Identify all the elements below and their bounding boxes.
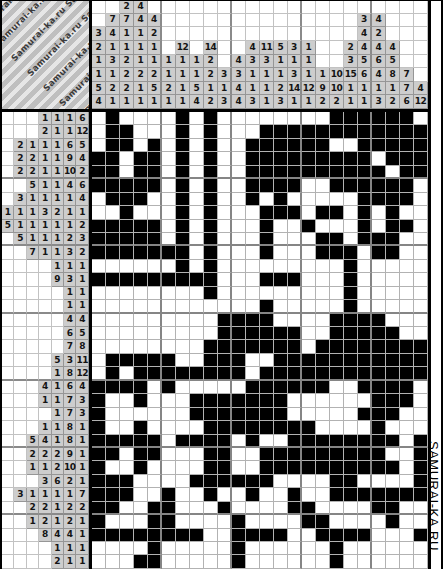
grid-cell-empty[interactable] (176, 515, 190, 528)
grid-cell-filled[interactable] (218, 367, 232, 380)
grid-cell-filled[interactable] (358, 139, 372, 152)
grid-cell-empty[interactable] (120, 152, 134, 165)
grid-cell-empty[interactable] (274, 502, 288, 515)
grid-cell-filled[interactable] (400, 193, 414, 206)
grid-cell-filled[interactable] (162, 367, 176, 380)
grid-cell-filled[interactable] (288, 488, 302, 501)
grid-cell-empty[interactable] (176, 300, 190, 313)
grid-cell-filled[interactable] (204, 246, 218, 259)
grid-cell-empty[interactable] (414, 260, 428, 273)
grid-cell-filled[interactable] (372, 421, 386, 434)
grid-cell-filled[interactable] (274, 340, 288, 353)
grid-cell-filled[interactable] (176, 152, 190, 165)
grid-cell-empty[interactable] (232, 112, 246, 125)
grid-cell-empty[interactable] (400, 421, 414, 434)
grid-cell-filled[interactable] (344, 300, 358, 313)
grid-cell-filled[interactable] (260, 475, 274, 488)
grid-cell-filled[interactable] (148, 273, 162, 286)
grid-cell-empty[interactable] (190, 139, 204, 152)
grid-cell-filled[interactable] (386, 125, 400, 138)
grid-cell-filled[interactable] (218, 475, 232, 488)
grid-cell-filled[interactable] (358, 206, 372, 219)
grid-cell-empty[interactable] (246, 260, 260, 273)
grid-cell-filled[interactable] (260, 367, 274, 380)
grid-cell-filled[interactable] (204, 435, 218, 448)
grid-cell-filled[interactable] (288, 448, 302, 461)
grid-cell-filled[interactable] (246, 381, 260, 394)
grid-cell-empty[interactable] (148, 394, 162, 407)
grid-cell-filled[interactable] (400, 354, 414, 367)
grid-cell-filled[interactable] (106, 435, 120, 448)
grid-cell-filled[interactable] (134, 193, 148, 206)
grid-cell-filled[interactable] (218, 435, 232, 448)
grid-cell-filled[interactable] (386, 327, 400, 340)
grid-cell-empty[interactable] (120, 408, 134, 421)
grid-cell-filled[interactable] (372, 394, 386, 407)
grid-cell-filled[interactable] (120, 381, 134, 394)
grid-cell-empty[interactable] (92, 287, 106, 300)
grid-cell-empty[interactable] (330, 193, 344, 206)
grid-cell-filled[interactable] (134, 381, 148, 394)
grid-cell-empty[interactable] (288, 300, 302, 313)
grid-cell-filled[interactable] (120, 193, 134, 206)
grid-cell-empty[interactable] (260, 542, 274, 555)
grid-cell-empty[interactable] (302, 394, 316, 407)
grid-cell-empty[interactable] (344, 381, 358, 394)
grid-cell-filled[interactable] (148, 246, 162, 259)
grid-cell-filled[interactable] (232, 354, 246, 367)
grid-cell-empty[interactable] (288, 314, 302, 327)
grid-cell-filled[interactable] (344, 435, 358, 448)
grid-cell-empty[interactable] (344, 421, 358, 434)
grid-cell-filled[interactable] (358, 529, 372, 542)
grid-cell-empty[interactable] (400, 555, 414, 568)
grid-cell-filled[interactable] (134, 435, 148, 448)
grid-cell-filled[interactable] (190, 408, 204, 421)
grid-cell-filled[interactable] (176, 273, 190, 286)
grid-cell-filled[interactable] (190, 394, 204, 407)
grid-cell-filled[interactable] (162, 273, 176, 286)
grid-cell-empty[interactable] (302, 260, 316, 273)
grid-cell-filled[interactable] (204, 421, 218, 434)
grid-cell-filled[interactable] (288, 166, 302, 179)
grid-cell-empty[interactable] (232, 166, 246, 179)
grid-cell-empty[interactable] (246, 461, 260, 474)
grid-cell-filled[interactable] (372, 246, 386, 259)
grid-cell-filled[interactable] (134, 246, 148, 259)
grid-cell-filled[interactable] (176, 220, 190, 233)
grid-cell-empty[interactable] (190, 502, 204, 515)
grid-cell-filled[interactable] (204, 233, 218, 246)
grid-cell-empty[interactable] (400, 448, 414, 461)
grid-cell-filled[interactable] (414, 354, 428, 367)
grid-cell-filled[interactable] (92, 502, 106, 515)
grid-cell-filled[interactable] (106, 502, 120, 515)
grid-cell-filled[interactable] (190, 475, 204, 488)
grid-cell-filled[interactable] (204, 220, 218, 233)
grid-cell-filled[interactable] (372, 139, 386, 152)
grid-cell-filled[interactable] (92, 435, 106, 448)
grid-cell-empty[interactable] (218, 112, 232, 125)
grid-cell-filled[interactable] (204, 475, 218, 488)
grid-cell-empty[interactable] (400, 529, 414, 542)
grid-cell-filled[interactable] (176, 193, 190, 206)
grid-cell-filled[interactable] (232, 327, 246, 340)
grid-cell-empty[interactable] (274, 555, 288, 568)
grid-cell-filled[interactable] (330, 125, 344, 138)
grid-cell-filled[interactable] (372, 381, 386, 394)
grid-cell-filled[interactable] (92, 220, 106, 233)
grid-cell-empty[interactable] (302, 408, 316, 421)
grid-cell-filled[interactable] (120, 125, 134, 138)
grid-cell-empty[interactable] (232, 287, 246, 300)
grid-cell-empty[interactable] (274, 287, 288, 300)
grid-cell-empty[interactable] (204, 314, 218, 327)
grid-cell-filled[interactable] (106, 448, 120, 461)
grid-cell-filled[interactable] (232, 529, 246, 542)
grid-cell-filled[interactable] (218, 408, 232, 421)
grid-cell-filled[interactable] (316, 461, 330, 474)
grid-cell-filled[interactable] (288, 179, 302, 192)
grid-cell-empty[interactable] (120, 287, 134, 300)
grid-cell-filled[interactable] (330, 327, 344, 340)
grid-cell-filled[interactable] (358, 435, 372, 448)
grid-cell-filled[interactable] (330, 435, 344, 448)
grid-cell-filled[interactable] (106, 488, 120, 501)
grid-cell-empty[interactable] (260, 555, 274, 568)
grid-cell-empty[interactable] (288, 408, 302, 421)
grid-cell-filled[interactable] (344, 287, 358, 300)
grid-cell-filled[interactable] (204, 179, 218, 192)
grid-cell-empty[interactable] (246, 287, 260, 300)
grid-cell-filled[interactable] (260, 408, 274, 421)
grid-cell-empty[interactable] (120, 367, 134, 380)
grid-cell-filled[interactable] (302, 152, 316, 165)
grid-cell-empty[interactable] (148, 112, 162, 125)
grid-cell-filled[interactable] (288, 273, 302, 286)
grid-cell-empty[interactable] (358, 260, 372, 273)
grid-cell-filled[interactable] (344, 152, 358, 165)
grid-cell-filled[interactable] (120, 220, 134, 233)
grid-cell-filled[interactable] (288, 502, 302, 515)
grid-cell-filled[interactable] (260, 529, 274, 542)
grid-cell-filled[interactable] (274, 461, 288, 474)
grid-cell-filled[interactable] (176, 166, 190, 179)
grid-cell-empty[interactable] (232, 488, 246, 501)
grid-cell-filled[interactable] (246, 193, 260, 206)
grid-cell-empty[interactable] (148, 475, 162, 488)
grid-cell-filled[interactable] (120, 435, 134, 448)
grid-cell-empty[interactable] (246, 448, 260, 461)
grid-cell-empty[interactable] (218, 273, 232, 286)
grid-cell-empty[interactable] (400, 260, 414, 273)
grid-cell-empty[interactable] (386, 448, 400, 461)
grid-cell-empty[interactable] (232, 139, 246, 152)
grid-cell-filled[interactable] (204, 125, 218, 138)
grid-cell-empty[interactable] (400, 233, 414, 246)
grid-cell-empty[interactable] (232, 300, 246, 313)
grid-cell-filled[interactable] (260, 166, 274, 179)
grid-cell-empty[interactable] (232, 381, 246, 394)
grid-cell-empty[interactable] (288, 220, 302, 233)
grid-cell-empty[interactable] (330, 408, 344, 421)
grid-cell-filled[interactable] (232, 314, 246, 327)
grid-cell-filled[interactable] (330, 233, 344, 246)
grid-cell-empty[interactable] (190, 193, 204, 206)
grid-cell-empty[interactable] (176, 287, 190, 300)
grid-cell-filled[interactable] (148, 555, 162, 568)
grid-cell-filled[interactable] (176, 435, 190, 448)
grid-cell-empty[interactable] (274, 246, 288, 259)
grid-cell-empty[interactable] (218, 260, 232, 273)
grid-cell-filled[interactable] (176, 233, 190, 246)
grid-cell-empty[interactable] (274, 475, 288, 488)
grid-cell-empty[interactable] (162, 327, 176, 340)
grid-cell-empty[interactable] (302, 233, 316, 246)
grid-cell-empty[interactable] (218, 193, 232, 206)
grid-cell-filled[interactable] (386, 139, 400, 152)
grid-cell-filled[interactable] (372, 448, 386, 461)
grid-cell-empty[interactable] (148, 300, 162, 313)
grid-cell-empty[interactable] (120, 300, 134, 313)
grid-cell-filled[interactable] (134, 166, 148, 179)
grid-cell-empty[interactable] (232, 125, 246, 138)
grid-cell-empty[interactable] (358, 287, 372, 300)
grid-cell-filled[interactable] (372, 166, 386, 179)
grid-cell-empty[interactable] (330, 381, 344, 394)
grid-cell-filled[interactable] (92, 421, 106, 434)
grid-cell-empty[interactable] (330, 139, 344, 152)
grid-cell-empty[interactable] (120, 340, 134, 353)
grid-cell-filled[interactable] (400, 381, 414, 394)
grid-cell-filled[interactable] (120, 273, 134, 286)
grid-cell-empty[interactable] (204, 300, 218, 313)
grid-cell-filled[interactable] (106, 139, 120, 152)
grid-cell-filled[interactable] (358, 461, 372, 474)
grid-cell-filled[interactable] (330, 246, 344, 259)
grid-cell-filled[interactable] (414, 367, 428, 380)
grid-cell-filled[interactable] (246, 139, 260, 152)
grid-cell-empty[interactable] (92, 327, 106, 340)
grid-cell-filled[interactable] (92, 488, 106, 501)
grid-cell-empty[interactable] (92, 206, 106, 219)
grid-cell-empty[interactable] (204, 327, 218, 340)
grid-cell-empty[interactable] (218, 125, 232, 138)
grid-cell-filled[interactable] (330, 367, 344, 380)
grid-cell-empty[interactable] (274, 233, 288, 246)
grid-cell-filled[interactable] (344, 529, 358, 542)
grid-cell-filled[interactable] (316, 435, 330, 448)
grid-cell-filled[interactable] (134, 179, 148, 192)
grid-cell-empty[interactable] (400, 327, 414, 340)
grid-cell-filled[interactable] (106, 193, 120, 206)
grid-cell-filled[interactable] (358, 152, 372, 165)
grid-cell-empty[interactable] (148, 314, 162, 327)
grid-cell-empty[interactable] (386, 166, 400, 179)
grid-cell-filled[interactable] (358, 193, 372, 206)
grid-cell-filled[interactable] (372, 435, 386, 448)
grid-cell-empty[interactable] (148, 340, 162, 353)
grid-cell-filled[interactable] (246, 421, 260, 434)
grid-cell-empty[interactable] (120, 555, 134, 568)
grid-cell-filled[interactable] (92, 233, 106, 246)
grid-cell-empty[interactable] (148, 421, 162, 434)
grid-cell-filled[interactable] (260, 327, 274, 340)
grid-cell-empty[interactable] (120, 314, 134, 327)
grid-cell-filled[interactable] (358, 112, 372, 125)
grid-cell-empty[interactable] (134, 206, 148, 219)
grid-cell-filled[interactable] (302, 139, 316, 152)
grid-cell-filled[interactable] (386, 394, 400, 407)
grid-cell-filled[interactable] (358, 179, 372, 192)
grid-cell-empty[interactable] (260, 435, 274, 448)
grid-cell-filled[interactable] (176, 367, 190, 380)
grid-cell-empty[interactable] (414, 273, 428, 286)
grid-cell-empty[interactable] (148, 461, 162, 474)
grid-cell-empty[interactable] (414, 408, 428, 421)
grid-cell-filled[interactable] (120, 488, 134, 501)
grid-cell-filled[interactable] (106, 475, 120, 488)
grid-cell-filled[interactable] (204, 354, 218, 367)
grid-cell-empty[interactable] (134, 488, 148, 501)
grid-cell-filled[interactable] (372, 340, 386, 353)
grid-cell-empty[interactable] (162, 125, 176, 138)
grid-cell-empty[interactable] (372, 220, 386, 233)
grid-cell-filled[interactable] (274, 354, 288, 367)
grid-cell-empty[interactable] (190, 206, 204, 219)
grid-cell-empty[interactable] (148, 408, 162, 421)
grid-cell-empty[interactable] (190, 555, 204, 568)
grid-cell-filled[interactable] (204, 408, 218, 421)
grid-cell-empty[interactable] (344, 555, 358, 568)
grid-cell-empty[interactable] (92, 314, 106, 327)
grid-cell-filled[interactable] (330, 112, 344, 125)
grid-cell-empty[interactable] (106, 408, 120, 421)
grid-cell-empty[interactable] (92, 340, 106, 353)
grid-cell-filled[interactable] (344, 461, 358, 474)
grid-cell-empty[interactable] (106, 542, 120, 555)
grid-cell-empty[interactable] (246, 555, 260, 568)
grid-cell-empty[interactable] (302, 340, 316, 353)
grid-cell-filled[interactable] (316, 515, 330, 528)
grid-cell-filled[interactable] (372, 461, 386, 474)
grid-cell-filled[interactable] (148, 166, 162, 179)
grid-cell-empty[interactable] (386, 260, 400, 273)
grid-cell-empty[interactable] (92, 112, 106, 125)
grid-cell-empty[interactable] (316, 220, 330, 233)
grid-cell-empty[interactable] (400, 287, 414, 300)
grid-cell-empty[interactable] (120, 515, 134, 528)
grid-cell-filled[interactable] (260, 300, 274, 313)
grid-cell-filled[interactable] (400, 367, 414, 380)
grid-cell-filled[interactable] (148, 529, 162, 542)
grid-cell-empty[interactable] (106, 461, 120, 474)
grid-cell-filled[interactable] (330, 461, 344, 474)
grid-cell-filled[interactable] (190, 367, 204, 380)
grid-cell-empty[interactable] (386, 314, 400, 327)
grid-cell-empty[interactable] (176, 461, 190, 474)
grid-cell-empty[interactable] (92, 193, 106, 206)
grid-cell-filled[interactable] (232, 421, 246, 434)
grid-cell-empty[interactable] (246, 112, 260, 125)
grid-cell-empty[interactable] (218, 166, 232, 179)
grid-cell-filled[interactable] (316, 381, 330, 394)
grid-cell-empty[interactable] (162, 220, 176, 233)
grid-cell-empty[interactable] (414, 193, 428, 206)
grid-cell-filled[interactable] (204, 488, 218, 501)
grid-cell-empty[interactable] (344, 206, 358, 219)
grid-cell-empty[interactable] (162, 179, 176, 192)
grid-cell-empty[interactable] (190, 515, 204, 528)
grid-cell-empty[interactable] (246, 367, 260, 380)
grid-cell-empty[interactable] (260, 354, 274, 367)
grid-cell-empty[interactable] (316, 112, 330, 125)
grid-cell-filled[interactable] (260, 381, 274, 394)
grid-cell-filled[interactable] (246, 166, 260, 179)
grid-cell-empty[interactable] (302, 246, 316, 259)
grid-cell-empty[interactable] (386, 475, 400, 488)
grid-cell-filled[interactable] (218, 448, 232, 461)
grid-cell-empty[interactable] (400, 542, 414, 555)
grid-cell-empty[interactable] (288, 193, 302, 206)
grid-cell-filled[interactable] (302, 354, 316, 367)
grid-cell-filled[interactable] (106, 529, 120, 542)
grid-cell-filled[interactable] (106, 179, 120, 192)
grid-cell-filled[interactable] (106, 273, 120, 286)
grid-cell-empty[interactable] (414, 112, 428, 125)
grid-cell-empty[interactable] (176, 502, 190, 515)
grid-cell-empty[interactable] (358, 300, 372, 313)
grid-cell-empty[interactable] (302, 193, 316, 206)
grid-cell-empty[interactable] (162, 435, 176, 448)
grid-cell-filled[interactable] (232, 394, 246, 407)
grid-cell-empty[interactable] (302, 475, 316, 488)
grid-cell-empty[interactable] (288, 260, 302, 273)
grid-cell-empty[interactable] (414, 300, 428, 313)
grid-cell-empty[interactable] (134, 260, 148, 273)
grid-cell-empty[interactable] (246, 206, 260, 219)
grid-cell-filled[interactable] (148, 139, 162, 152)
grid-cell-empty[interactable] (302, 273, 316, 286)
grid-cell-filled[interactable] (92, 408, 106, 421)
grid-cell-filled[interactable] (288, 381, 302, 394)
grid-cell-filled[interactable] (260, 206, 274, 219)
grid-cell-filled[interactable] (260, 179, 274, 192)
grid-cell-empty[interactable] (218, 220, 232, 233)
grid-cell-filled[interactable] (386, 354, 400, 367)
grid-cell-empty[interactable] (246, 515, 260, 528)
grid-cell-empty[interactable] (288, 233, 302, 246)
grid-cell-filled[interactable] (400, 112, 414, 125)
grid-cell-filled[interactable] (386, 193, 400, 206)
grid-cell-empty[interactable] (162, 408, 176, 421)
grid-cell-filled[interactable] (302, 421, 316, 434)
grid-cell-empty[interactable] (316, 287, 330, 300)
grid-cell-filled[interactable] (372, 488, 386, 501)
grid-cell-filled[interactable] (162, 354, 176, 367)
grid-cell-filled[interactable] (162, 381, 176, 394)
grid-cell-empty[interactable] (274, 314, 288, 327)
grid-cell-filled[interactable] (204, 287, 218, 300)
grid-cell-filled[interactable] (218, 461, 232, 474)
grid-cell-filled[interactable] (92, 475, 106, 488)
grid-cell-empty[interactable] (302, 300, 316, 313)
grid-cell-empty[interactable] (260, 112, 274, 125)
grid-cell-filled[interactable] (316, 125, 330, 138)
grid-cell-filled[interactable] (134, 233, 148, 246)
grid-cell-filled[interactable] (344, 246, 358, 259)
grid-cell-filled[interactable] (274, 529, 288, 542)
